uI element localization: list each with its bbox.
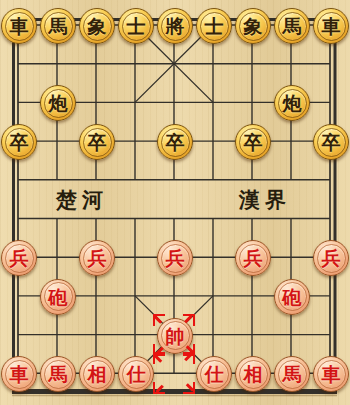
piece-black-elephant-right[interactable]: 象: [235, 8, 271, 44]
piece-red-soldier-3[interactable]: 兵: [157, 240, 193, 276]
piece-red-chariot-right[interactable]: 車: [313, 356, 349, 392]
piece-glyph: 卒: [88, 125, 107, 159]
piece-glyph: 卒: [244, 125, 263, 159]
piece-black-chariot-right[interactable]: 車: [313, 8, 349, 44]
piece-black-advisor-right[interactable]: 士: [196, 8, 232, 44]
piece-red-advisor-right[interactable]: 仕: [196, 356, 232, 392]
piece-red-horse-left[interactable]: 馬: [40, 356, 76, 392]
piece-black-soldier-2[interactable]: 卒: [79, 124, 115, 160]
piece-black-cannon-right[interactable]: 炮: [274, 85, 310, 121]
piece-black-horse-left[interactable]: 馬: [40, 8, 76, 44]
piece-black-soldier-3[interactable]: 卒: [157, 124, 193, 160]
piece-glyph: 車: [10, 357, 29, 391]
piece-glyph: 車: [322, 9, 341, 43]
piece-black-general[interactable]: 將: [157, 8, 193, 44]
piece-glyph: 士: [127, 9, 146, 43]
piece-glyph: 兵: [322, 241, 341, 275]
piece-glyph: 兵: [166, 241, 185, 275]
piece-red-cannon-left[interactable]: 砲: [40, 279, 76, 315]
piece-glyph: 仕: [127, 357, 146, 391]
piece-glyph: 馬: [283, 9, 302, 43]
piece-glyph: 相: [244, 357, 263, 391]
piece-red-advisor-left[interactable]: 仕: [118, 356, 154, 392]
piece-glyph: 馬: [283, 357, 302, 391]
piece-glyph: 炮: [283, 86, 302, 120]
pieces-layer: 車馬象士將士象馬車炮炮卒卒卒卒卒兵兵兵兵兵砲砲帥車馬相仕仕相馬車: [0, 0, 350, 405]
piece-glyph: 車: [10, 9, 29, 43]
piece-glyph: 將: [166, 9, 185, 43]
piece-glyph: 仕: [205, 357, 224, 391]
piece-black-chariot-left[interactable]: 車: [1, 8, 37, 44]
xiangqi-game-screen: 楚河 漢界 車馬象士將士象馬車炮炮卒卒卒卒卒兵兵兵兵兵砲砲帥車馬相仕仕相馬車: [0, 0, 350, 405]
piece-glyph: 兵: [244, 241, 263, 275]
piece-red-soldier-1[interactable]: 兵: [1, 240, 37, 276]
piece-black-horse-right[interactable]: 馬: [274, 8, 310, 44]
piece-glyph: 砲: [283, 280, 302, 314]
piece-glyph: 炮: [49, 86, 68, 120]
piece-glyph: 兵: [10, 241, 29, 275]
piece-glyph: 馬: [49, 9, 68, 43]
piece-glyph: 車: [322, 357, 341, 391]
piece-red-horse-right[interactable]: 馬: [274, 356, 310, 392]
piece-red-elephant-left[interactable]: 相: [79, 356, 115, 392]
piece-black-soldier-1[interactable]: 卒: [1, 124, 37, 160]
piece-red-chariot-left[interactable]: 車: [1, 356, 37, 392]
piece-glyph: 卒: [322, 125, 341, 159]
piece-glyph: 卒: [166, 125, 185, 159]
move-from-marker: [153, 352, 195, 394]
piece-glyph: 相: [88, 357, 107, 391]
piece-black-advisor-left[interactable]: 士: [118, 8, 154, 44]
piece-glyph: 卒: [10, 125, 29, 159]
piece-glyph: 兵: [88, 241, 107, 275]
piece-glyph: 帥: [166, 319, 185, 353]
piece-red-general[interactable]: 帥: [157, 318, 193, 354]
piece-glyph: 士: [205, 9, 224, 43]
piece-black-cannon-left[interactable]: 炮: [40, 85, 76, 121]
piece-glyph: 象: [88, 9, 107, 43]
piece-glyph: 象: [244, 9, 263, 43]
piece-black-soldier-5[interactable]: 卒: [313, 124, 349, 160]
piece-red-soldier-4[interactable]: 兵: [235, 240, 271, 276]
piece-red-soldier-5[interactable]: 兵: [313, 240, 349, 276]
piece-black-elephant-left[interactable]: 象: [79, 8, 115, 44]
piece-red-cannon-right[interactable]: 砲: [274, 279, 310, 315]
piece-red-elephant-right[interactable]: 相: [235, 356, 271, 392]
piece-glyph: 馬: [49, 357, 68, 391]
piece-black-soldier-4[interactable]: 卒: [235, 124, 271, 160]
piece-glyph: 砲: [49, 280, 68, 314]
piece-red-soldier-2[interactable]: 兵: [79, 240, 115, 276]
